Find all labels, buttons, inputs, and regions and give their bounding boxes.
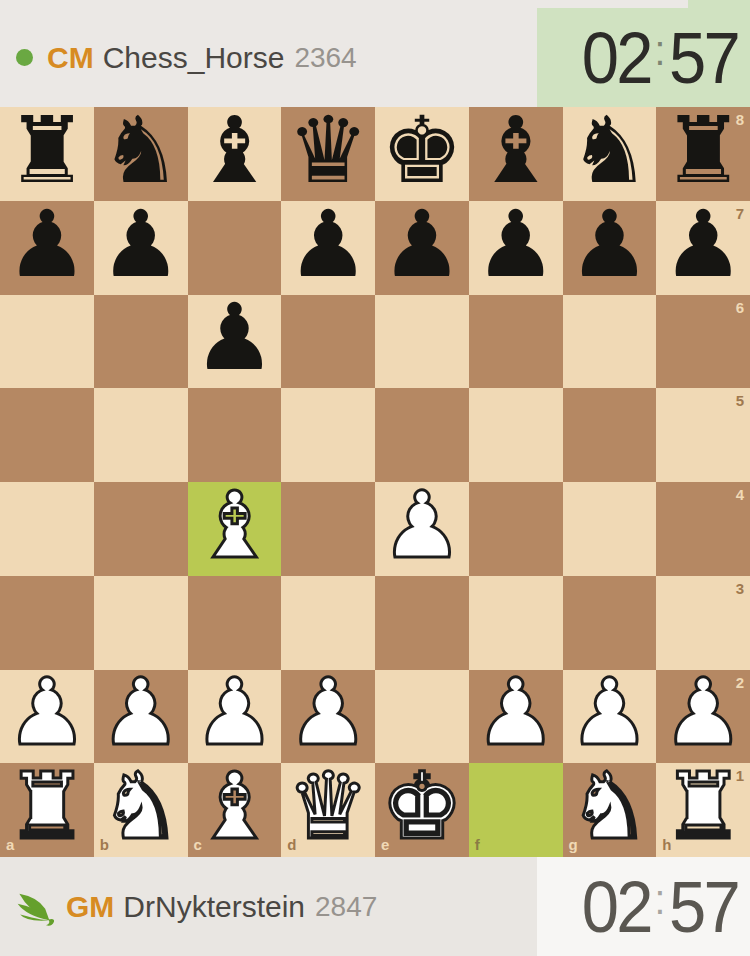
square-f6[interactable] (469, 295, 563, 389)
square-e1[interactable]: ♚e (375, 763, 469, 857)
square-c5[interactable] (188, 388, 282, 482)
piece-white-knight[interactable]: ♞ (568, 761, 650, 853)
coord-file-c: c (194, 837, 202, 852)
coord-rank-4: 4 (736, 487, 744, 502)
square-c4[interactable]: ♝ (188, 482, 282, 576)
piece-black-pawn[interactable]: ♟ (193, 292, 275, 384)
piece-white-bishop[interactable]: ♝ (193, 761, 275, 853)
square-c7[interactable] (188, 201, 282, 295)
square-b6[interactable] (94, 295, 188, 389)
square-a4[interactable] (0, 482, 94, 576)
square-a7[interactable]: ♟ (0, 201, 94, 295)
coord-rank-8: 8 (736, 112, 744, 127)
piece-white-bishop[interactable]: ♝ (193, 480, 275, 572)
square-c3[interactable] (188, 576, 282, 670)
player-rating: 2847 (315, 891, 377, 923)
piece-black-knight[interactable]: ♞ (568, 105, 650, 197)
square-g8[interactable]: ♞ (563, 107, 657, 201)
coord-file-f: f (475, 837, 480, 852)
coord-rank-5: 5 (736, 393, 744, 408)
square-h5[interactable]: 5 (656, 388, 750, 482)
piece-black-knight[interactable]: ♞ (99, 105, 181, 197)
piece-black-bishop[interactable]: ♝ (193, 105, 275, 197)
player-info-bottom: GM DrNykterstein 2847 (16, 857, 377, 956)
clock-bottom: 02 : 57 (537, 857, 750, 956)
square-g6[interactable] (563, 295, 657, 389)
square-e6[interactable] (375, 295, 469, 389)
coord-rank-6: 6 (736, 300, 744, 315)
square-g2[interactable]: ♟ (563, 670, 657, 764)
square-g5[interactable] (563, 388, 657, 482)
piece-black-pawn[interactable]: ♟ (474, 199, 556, 291)
square-c6[interactable]: ♟ (188, 295, 282, 389)
square-b1[interactable]: ♞b (94, 763, 188, 857)
square-g1[interactable]: ♞g (563, 763, 657, 857)
coord-file-b: b (100, 837, 109, 852)
player-name[interactable]: DrNykterstein (123, 890, 305, 924)
piece-black-rook[interactable]: ♜ (6, 105, 88, 197)
piece-white-pawn[interactable]: ♟ (568, 667, 650, 759)
square-b3[interactable] (94, 576, 188, 670)
square-f2[interactable]: ♟ (469, 670, 563, 764)
piece-black-rook[interactable]: ♜ (662, 105, 744, 197)
player-title: CM (47, 41, 94, 75)
square-f3[interactable] (469, 576, 563, 670)
square-f1[interactable]: f (469, 763, 563, 857)
piece-black-pawn[interactable]: ♟ (287, 199, 369, 291)
piece-black-bishop[interactable]: ♝ (474, 105, 556, 197)
square-a2[interactable]: ♟ (0, 670, 94, 764)
patron-wings-icon (16, 887, 56, 927)
piece-white-pawn[interactable]: ♟ (193, 667, 275, 759)
square-f7[interactable]: ♟ (469, 201, 563, 295)
chess-board[interactable]: ♜♞♝♛♚♝♞♜8♟♟♟♟♟♟♟7♟65♝♟43♟♟♟♟♟♟♟2♜a♞b♝c♛d… (0, 107, 750, 857)
piece-white-pawn[interactable]: ♟ (381, 480, 463, 572)
piece-white-rook[interactable]: ♜ (6, 761, 88, 853)
clock-minutes: 02 (582, 17, 651, 99)
square-g3[interactable] (563, 576, 657, 670)
square-d8[interactable]: ♛ (281, 107, 375, 201)
square-c2[interactable]: ♟ (188, 670, 282, 764)
coord-file-e: e (381, 837, 389, 852)
coord-rank-1: 1 (736, 768, 744, 783)
square-b7[interactable]: ♟ (94, 201, 188, 295)
square-a5[interactable] (0, 388, 94, 482)
square-h4[interactable]: 4 (656, 482, 750, 576)
clock-separator: : (655, 27, 666, 75)
square-g4[interactable] (563, 482, 657, 576)
piece-white-pawn[interactable]: ♟ (6, 667, 88, 759)
square-b5[interactable] (94, 388, 188, 482)
piece-black-pawn[interactable]: ♟ (568, 199, 650, 291)
piece-white-knight[interactable]: ♞ (99, 761, 181, 853)
coord-rank-3: 3 (736, 581, 744, 596)
square-h2[interactable]: ♟2 (656, 670, 750, 764)
piece-black-queen[interactable]: ♛ (287, 105, 369, 197)
player-name[interactable]: Chess_Horse (103, 41, 285, 75)
square-b8[interactable]: ♞ (94, 107, 188, 201)
square-d4[interactable] (281, 482, 375, 576)
piece-white-pawn[interactable]: ♟ (99, 667, 181, 759)
player-bar-bottom: GM DrNykterstein 2847 02 : 57 (0, 857, 750, 956)
clock-seconds: 57 (669, 17, 738, 99)
square-h7[interactable]: ♟7 (656, 201, 750, 295)
square-h1[interactable]: ♜h1 (656, 763, 750, 857)
piece-black-king[interactable]: ♚ (381, 105, 463, 197)
piece-black-pawn[interactable]: ♟ (662, 199, 744, 291)
piece-black-pawn[interactable]: ♟ (99, 199, 181, 291)
online-indicator-icon (16, 49, 33, 66)
square-d3[interactable] (281, 576, 375, 670)
piece-white-pawn[interactable]: ♟ (474, 667, 556, 759)
square-a6[interactable] (0, 295, 94, 389)
square-d1[interactable]: ♛d (281, 763, 375, 857)
square-d6[interactable] (281, 295, 375, 389)
clock-top: 02 : 57 (537, 8, 750, 107)
coord-file-d: d (287, 837, 296, 852)
square-e4[interactable]: ♟ (375, 482, 469, 576)
piece-black-pawn[interactable]: ♟ (6, 199, 88, 291)
piece-white-king[interactable]: ♚ (381, 761, 463, 853)
piece-white-pawn[interactable]: ♟ (287, 667, 369, 759)
square-b4[interactable] (94, 482, 188, 576)
square-e2[interactable] (375, 670, 469, 764)
square-f8[interactable]: ♝ (469, 107, 563, 201)
square-a3[interactable] (0, 576, 94, 670)
coord-file-g: g (569, 837, 578, 852)
piece-black-pawn[interactable]: ♟ (381, 199, 463, 291)
piece-white-queen[interactable]: ♛ (287, 761, 369, 853)
player-title: GM (66, 890, 114, 924)
piece-white-rook[interactable]: ♜ (662, 761, 744, 853)
square-c8[interactable]: ♝ (188, 107, 282, 201)
piece-white-pawn[interactable]: ♟ (662, 667, 744, 759)
coord-rank-7: 7 (736, 206, 744, 221)
player-rating: 2364 (294, 42, 356, 74)
coord-file-h: h (662, 837, 671, 852)
square-b2[interactable]: ♟ (94, 670, 188, 764)
square-f4[interactable] (469, 482, 563, 576)
square-g7[interactable]: ♟ (563, 201, 657, 295)
square-f5[interactable] (469, 388, 563, 482)
square-e5[interactable] (375, 388, 469, 482)
square-d5[interactable] (281, 388, 375, 482)
square-c1[interactable]: ♝c (188, 763, 282, 857)
square-a1[interactable]: ♜a (0, 763, 94, 857)
square-d2[interactable]: ♟ (281, 670, 375, 764)
player-bar-top: CM Chess_Horse 2364 02 : 57 (0, 0, 750, 107)
square-e7[interactable]: ♟ (375, 201, 469, 295)
square-h6[interactable]: 6 (656, 295, 750, 389)
coord-file-a: a (6, 837, 14, 852)
clock-minutes: 02 (582, 866, 651, 948)
square-d7[interactable]: ♟ (281, 201, 375, 295)
square-a8[interactable]: ♜ (0, 107, 94, 201)
clock-separator: : (655, 876, 666, 924)
coord-rank-2: 2 (736, 675, 744, 690)
square-e3[interactable] (375, 576, 469, 670)
clock-seconds: 57 (669, 866, 738, 948)
square-h3[interactable]: 3 (656, 576, 750, 670)
clock-corner-accent (688, 0, 750, 8)
player-info-top: CM Chess_Horse 2364 (16, 8, 357, 107)
square-h8[interactable]: ♜8 (656, 107, 750, 201)
square-e8[interactable]: ♚ (375, 107, 469, 201)
